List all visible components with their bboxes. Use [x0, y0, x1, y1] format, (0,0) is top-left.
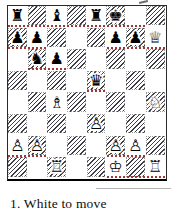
light-square: [126, 92, 145, 111]
light-square: [28, 114, 47, 133]
square-d6: [67, 49, 87, 71]
spellcheck-squiggle: [8, 47, 46, 49]
piece-black-pawn: ♟: [47, 49, 66, 68]
dark-square: [126, 114, 145, 133]
piece-black-pawn: ♟: [28, 28, 47, 47]
dark-square: [67, 6, 86, 25]
dark-square: [146, 6, 165, 25]
dark-square: [8, 157, 27, 176]
piece-white-bishop: ♗: [47, 92, 66, 111]
light-square: [106, 71, 125, 90]
dark-square: [146, 136, 165, 155]
piece-white-pawn: ♙: [87, 114, 106, 133]
square-d4: [67, 92, 87, 114]
square-h6: [146, 49, 166, 71]
square-e1: [87, 157, 107, 179]
square-h3: [146, 114, 166, 136]
square-b5: [28, 71, 48, 93]
piece-white-pawn: ♙: [126, 136, 145, 155]
piece-black-rook: ♜: [87, 6, 106, 25]
square-f5: [106, 71, 126, 93]
light-square: [67, 28, 86, 47]
spellcheck-squiggle: [107, 47, 165, 49]
piece-black-pawn: ♟: [106, 28, 125, 47]
piece-white-pawn: ♙: [28, 136, 47, 155]
diagram-caption: 1. White to move: [10, 196, 165, 212]
square-d1: [67, 157, 87, 179]
dark-square: [67, 49, 86, 68]
dark-square: [87, 157, 106, 176]
cropped-text-artifact: [139, 0, 148, 4]
piece-white-rook: ♖: [146, 157, 165, 176]
dark-square: [87, 28, 106, 47]
square-c7: [47, 28, 67, 50]
square-a4: [8, 92, 28, 114]
light-square: [87, 49, 106, 68]
spellcheck-squiggle: [8, 25, 145, 27]
light-square: [67, 157, 86, 176]
square-c4: ♗: [47, 92, 67, 114]
dark-square: [126, 71, 145, 90]
square-f3: [106, 114, 126, 136]
square-d3: [67, 114, 87, 136]
square-g4: [126, 92, 146, 114]
piece-white-knight: ♘: [146, 92, 165, 111]
light-square: [67, 71, 86, 90]
spellcheck-squiggle: [107, 176, 165, 178]
piece-white-queen: ♕: [146, 28, 165, 47]
square-d7: [67, 28, 87, 50]
light-square: [47, 136, 66, 155]
square-e4: [87, 92, 107, 114]
square-a1: [8, 157, 28, 179]
square-e6: [87, 49, 107, 71]
piece-black-pawn: ♟: [126, 28, 145, 47]
spellcheck-squiggle: [87, 90, 106, 92]
dark-square: [47, 28, 66, 47]
square-h2: [146, 136, 166, 158]
light-square: [8, 49, 27, 68]
piece-black-rook: ♜: [8, 6, 27, 25]
square-f6: [106, 49, 126, 71]
dark-square: [146, 49, 165, 68]
square-e3: ♙: [87, 114, 107, 136]
square-h4: ♘: [146, 92, 166, 114]
dark-square: [47, 71, 66, 90]
square-b1: [28, 157, 48, 179]
dark-square: [67, 136, 86, 155]
square-b4: [28, 92, 48, 114]
light-square: [126, 49, 145, 68]
piece-white-rook: ♖: [47, 157, 66, 176]
dark-square: [106, 92, 125, 111]
square-e2: [87, 136, 107, 158]
page: ♜♝♜♚♟♟♟♟♕♞♟♛♗♘♙♙♙♙♙♖♔♖ 1. White to move: [0, 0, 171, 224]
dark-square: [106, 49, 125, 68]
light-square: [126, 6, 145, 25]
dark-square: [47, 114, 66, 133]
piece-black-bishop: ♝: [47, 6, 66, 25]
square-c3: [47, 114, 67, 136]
piece-white-pawn: ♙: [8, 136, 27, 155]
square-c2: [47, 136, 67, 158]
piece-white-pawn: ♙: [106, 136, 125, 155]
square-h8: [146, 6, 166, 28]
dark-square: [67, 92, 86, 111]
piece-white-king: ♔: [106, 157, 125, 176]
light-square: [8, 92, 27, 111]
chess-board-grid: ♜♝♜♚♟♟♟♟♕♞♟♛♗♘♙♙♙♙♙♖♔♖: [8, 6, 166, 179]
dark-square: [8, 114, 27, 133]
square-e7: [87, 28, 107, 50]
square-h5: [146, 71, 166, 93]
square-g5: [126, 71, 146, 93]
square-b3: [28, 114, 48, 136]
square-d2: [67, 136, 87, 158]
square-g3: [126, 114, 146, 136]
light-square: [28, 157, 47, 176]
square-c5: [47, 71, 67, 93]
piece-black-knight: ♞: [28, 49, 47, 68]
spellcheck-squiggle: [8, 155, 46, 157]
dark-square: [8, 71, 27, 90]
light-square: [146, 71, 165, 90]
light-square: [87, 136, 106, 155]
spellcheck-squiggle: [107, 155, 145, 157]
square-a3: [8, 114, 28, 136]
square-a6: [8, 49, 28, 71]
square-f4: [106, 92, 126, 114]
square-a5: [8, 71, 28, 93]
piece-black-queen: ♛: [87, 71, 106, 90]
light-square: [28, 71, 47, 90]
light-square: [106, 114, 125, 133]
square-g6: [126, 49, 146, 71]
piece-black-pawn: ♟: [8, 28, 27, 47]
dark-square: [126, 157, 145, 176]
light-square: [67, 114, 86, 133]
light-square: [87, 92, 106, 111]
horizontal-rule-artifact: [96, 188, 171, 189]
square-d5: [67, 71, 87, 93]
square-c1: ♖: [47, 157, 67, 179]
light-square: [146, 114, 165, 133]
chess-board: ♜♝♜♚♟♟♟♟♕♞♟♛♗♘♙♙♙♙♙♖♔♖: [7, 5, 167, 181]
spellcheck-squiggle: [28, 68, 66, 70]
dark-square: [28, 6, 47, 25]
dark-square: [28, 92, 47, 111]
piece-black-king: ♚: [106, 6, 125, 25]
